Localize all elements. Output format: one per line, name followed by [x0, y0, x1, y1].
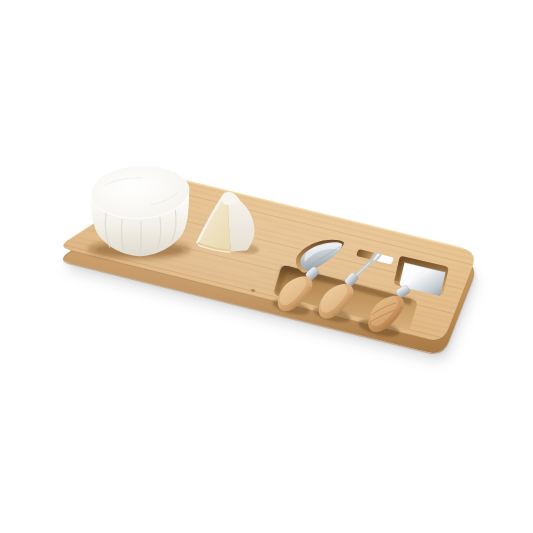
cheese-wheel — [87, 163, 191, 260]
cheese-board-scene — [0, 0, 533, 533]
product-photo — [0, 0, 533, 533]
